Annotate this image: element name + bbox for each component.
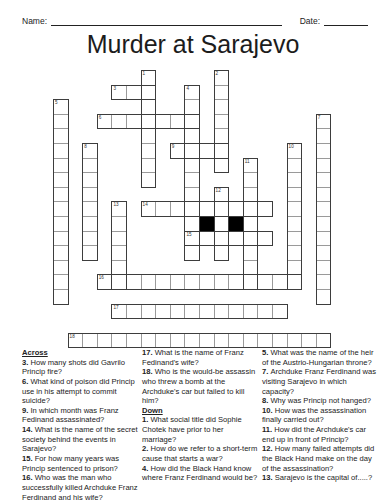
grid-cell[interactable]: 14 xyxy=(141,201,157,217)
grid-cell[interactable] xyxy=(199,274,215,290)
grid-cell[interactable] xyxy=(214,304,230,320)
grid-cell[interactable] xyxy=(214,274,230,290)
grid-cell[interactable] xyxy=(287,260,303,276)
blocked-cell xyxy=(228,216,244,232)
grid-cell[interactable] xyxy=(97,333,113,349)
grid-cell[interactable] xyxy=(316,260,332,276)
grid-cell[interactable] xyxy=(214,114,230,130)
grid-cell[interactable] xyxy=(141,114,157,130)
grid-cell[interactable] xyxy=(316,187,332,203)
grid-cell[interactable] xyxy=(243,187,259,203)
grid-cell[interactable] xyxy=(141,304,157,320)
grid-cell[interactable]: 18 xyxy=(68,333,84,349)
grid-cell[interactable] xyxy=(301,333,317,349)
grid-cell[interactable] xyxy=(141,158,157,174)
grid-cell[interactable] xyxy=(53,274,69,290)
grid-cell[interactable] xyxy=(126,274,142,290)
clue-number: 18 xyxy=(70,334,75,339)
clue-number: 12 xyxy=(216,188,221,193)
crossword-grid[interactable]: 123456789101112131415161718 xyxy=(53,70,331,348)
grid-cell[interactable] xyxy=(316,231,332,247)
grid-cell[interactable] xyxy=(214,158,230,174)
grid-cell[interactable] xyxy=(243,304,259,320)
grid-cell[interactable] xyxy=(184,172,200,188)
grid-cell[interactable]: 6 xyxy=(97,114,113,130)
clue-number: 10 xyxy=(289,144,294,149)
grid-cell[interactable]: 8 xyxy=(82,143,98,159)
grid-cell[interactable] xyxy=(126,85,142,101)
grid-cell[interactable] xyxy=(287,158,303,174)
clue-13: 13. Sarajevo is the capital of.....? xyxy=(262,473,379,483)
page-title: Murder at Sarajevo xyxy=(0,30,386,59)
grid-cell[interactable]: 17 xyxy=(111,304,127,320)
clue-9: 9. In which month was Franz Fedinand ass… xyxy=(22,406,139,425)
clue-15: 15. For how many years was Princip sente… xyxy=(22,454,139,473)
grid-cell[interactable] xyxy=(287,187,303,203)
clue-column-2: 17. What is the name of Franz Fedinand's… xyxy=(142,348,259,483)
grid-cell[interactable] xyxy=(257,201,273,217)
grid-cell[interactable] xyxy=(228,231,244,247)
clue-2: 2. How do we refer to a short-term cause… xyxy=(142,444,259,463)
header-fields: Name: Date: xyxy=(22,15,368,26)
grid-cell[interactable] xyxy=(141,333,157,349)
grid-cell[interactable] xyxy=(316,245,332,261)
grid-cell[interactable] xyxy=(243,172,259,188)
grid-cell[interactable] xyxy=(214,201,230,217)
clue-number: 7 xyxy=(318,115,321,120)
grid-cell[interactable] xyxy=(111,260,127,276)
grid-cell[interactable] xyxy=(111,333,127,349)
clue-number: 14 xyxy=(143,202,148,207)
grid-cell[interactable] xyxy=(257,231,273,247)
grid-cell[interactable] xyxy=(82,216,98,232)
date-label: Date: xyxy=(300,16,320,26)
grid-cell[interactable]: 3 xyxy=(111,85,127,101)
grid-cell[interactable] xyxy=(199,143,215,159)
clue-number: 2 xyxy=(216,71,219,76)
grid-cell[interactable] xyxy=(53,201,69,217)
grid-cell[interactable] xyxy=(199,201,215,217)
grid-cell[interactable] xyxy=(257,304,273,320)
clue-16: 16. Who was the man who successfully kil… xyxy=(22,473,139,500)
clue-number: 17 xyxy=(113,305,118,310)
grid-cell[interactable] xyxy=(170,333,186,349)
clue-12: 12. How many failed attempts did the Bla… xyxy=(262,444,379,473)
worksheet-page: Name: Date: Murder at Sarajevo 123456789… xyxy=(0,0,386,500)
grid-cell[interactable] xyxy=(199,304,215,320)
blocked-cell xyxy=(199,216,215,232)
grid-cell[interactable] xyxy=(287,274,303,290)
clue-number: 11 xyxy=(245,159,250,164)
name-label: Name: xyxy=(22,16,47,26)
clue-number: 13 xyxy=(113,202,118,207)
grid-cell[interactable]: 2 xyxy=(214,70,230,86)
grid-cell[interactable]: 10 xyxy=(287,143,303,159)
grid-cell[interactable] xyxy=(243,231,259,247)
grid-cell[interactable] xyxy=(316,216,332,232)
grid-cell[interactable] xyxy=(111,245,127,261)
grid-cell[interactable] xyxy=(53,158,69,174)
grid-cell[interactable]: 12 xyxy=(214,187,230,203)
grid-cell[interactable] xyxy=(155,201,171,217)
grid-cell[interactable] xyxy=(184,333,200,349)
clue-5: 5. What was the name of the heir of the … xyxy=(262,348,379,367)
grid-cell[interactable] xyxy=(82,158,98,174)
clue-number: 4 xyxy=(186,86,189,91)
grid-cell[interactable] xyxy=(228,201,244,217)
grid-cell[interactable] xyxy=(214,128,230,144)
grid-cell[interactable] xyxy=(316,172,332,188)
grid-cell[interactable] xyxy=(199,333,215,349)
grid-cell[interactable] xyxy=(141,274,157,290)
grid-cell[interactable] xyxy=(214,216,230,232)
clue-8: 8. Why was Princip not hanged? xyxy=(262,396,379,406)
grid-cell[interactable] xyxy=(287,231,303,247)
clue-number: 15 xyxy=(186,232,191,237)
grid-cell[interactable] xyxy=(53,216,69,232)
grid-cell[interactable] xyxy=(243,274,259,290)
grid-cell[interactable] xyxy=(155,274,171,290)
grid-cell[interactable] xyxy=(243,260,259,276)
grid-cell[interactable] xyxy=(184,274,200,290)
grid-cell[interactable] xyxy=(316,201,332,217)
clue-column-1: Across3. How many shots did Gavrilo Prin… xyxy=(22,348,139,500)
grid-cell[interactable] xyxy=(184,201,200,217)
grid-cell[interactable] xyxy=(170,274,186,290)
name-input-line[interactable] xyxy=(51,15,282,26)
grid-cell[interactable] xyxy=(316,128,332,144)
clue-6: 6. What kind of poison did Princip use i… xyxy=(22,377,139,406)
grid-cell[interactable]: 15 xyxy=(184,231,200,247)
grid-cell[interactable] xyxy=(184,245,200,261)
grid-cell[interactable]: 9 xyxy=(170,143,186,159)
grid-cell[interactable] xyxy=(155,114,171,130)
grid-cell[interactable] xyxy=(272,304,288,320)
grid-cell[interactable] xyxy=(141,172,157,188)
grid-cell[interactable] xyxy=(316,143,332,159)
grid-cell[interactable] xyxy=(53,114,69,130)
grid-cell[interactable] xyxy=(53,143,69,159)
grid-cell[interactable] xyxy=(111,231,127,247)
grid-cell[interactable] xyxy=(184,99,200,115)
grid-cell[interactable] xyxy=(214,85,230,101)
grid-cell[interactable] xyxy=(272,333,288,349)
grid-cell[interactable]: 13 xyxy=(111,201,127,217)
grid-cell[interactable] xyxy=(126,333,142,349)
grid-cell[interactable] xyxy=(228,274,244,290)
grid-cell[interactable] xyxy=(82,245,98,261)
grid-cell[interactable] xyxy=(316,289,332,305)
clue-3: 3. How many shots did Gavrilo Princip fi… xyxy=(22,358,139,377)
grid-cell[interactable] xyxy=(53,187,69,203)
clue-7: 7. Archduke Franz Ferdinand was visiting… xyxy=(262,367,379,396)
grid-cell[interactable] xyxy=(82,172,98,188)
grid-cell[interactable] xyxy=(155,333,171,349)
grid-cell[interactable] xyxy=(184,143,200,159)
grid-cell[interactable] xyxy=(243,216,259,232)
grid-cell[interactable] xyxy=(170,304,186,320)
clues-heading-across: Across xyxy=(22,348,139,358)
grid-cell[interactable] xyxy=(141,99,157,115)
grid-cell[interactable] xyxy=(141,143,157,159)
date-input-line[interactable] xyxy=(324,15,368,26)
grid-cell[interactable] xyxy=(82,201,98,217)
grid-cell[interactable] xyxy=(82,333,98,349)
grid-cell[interactable] xyxy=(170,114,186,130)
clue-10: 10. How was the assassination finally ca… xyxy=(262,406,379,425)
grid-cell[interactable] xyxy=(184,187,200,203)
clue-14: 14. What is the name of the secret socie… xyxy=(22,425,139,454)
grid-cell[interactable] xyxy=(141,85,157,101)
clue-number: 8 xyxy=(84,144,87,149)
grid-cell[interactable] xyxy=(82,231,98,247)
grid-cell[interactable] xyxy=(257,333,273,349)
grid-cell[interactable] xyxy=(111,114,127,130)
grid-cell[interactable]: 4 xyxy=(184,85,200,101)
grid-cell[interactable] xyxy=(53,231,69,247)
grid-cell[interactable] xyxy=(214,99,230,115)
grid-cell[interactable] xyxy=(184,128,200,144)
grid-cell[interactable] xyxy=(141,128,157,144)
grid-cell[interactable] xyxy=(184,158,200,174)
grid-cell[interactable] xyxy=(111,274,127,290)
grid-cell[interactable]: 1 xyxy=(141,70,157,86)
grid-cell[interactable]: 7 xyxy=(316,114,332,130)
grid-cell[interactable] xyxy=(214,245,230,261)
clue-17: 17. What is the name of Franz Fedinand's… xyxy=(142,348,259,367)
clue-number: 1 xyxy=(143,71,146,76)
grid-cell[interactable] xyxy=(214,333,230,349)
clue-column-3: 5. What was the name of the heir of the … xyxy=(262,348,379,483)
grid-cell[interactable] xyxy=(257,274,273,290)
grid-cell[interactable] xyxy=(53,289,69,305)
clue-number: 5 xyxy=(55,100,58,105)
grid-cell[interactable] xyxy=(287,333,303,349)
grid-cell[interactable] xyxy=(228,304,244,320)
grid-cell[interactable] xyxy=(170,201,186,217)
grid-cell[interactable] xyxy=(287,172,303,188)
grid-cell[interactable] xyxy=(316,333,332,349)
grid-cell[interactable] xyxy=(316,274,332,290)
grid-cell[interactable] xyxy=(287,245,303,261)
grid-cell[interactable] xyxy=(184,114,200,130)
grid-cell[interactable] xyxy=(155,304,171,320)
grid-cell[interactable] xyxy=(287,216,303,232)
grid-cell[interactable] xyxy=(53,260,69,276)
grid-cell[interactable]: 11 xyxy=(243,158,259,174)
grid-cell[interactable] xyxy=(82,187,98,203)
clue-1: 1. What social title did Sophie Chotek h… xyxy=(142,415,259,444)
clue-number: 16 xyxy=(99,275,104,280)
clue-number: 3 xyxy=(113,86,116,91)
clue-18: 18. Who is the would-be assassin who thr… xyxy=(142,367,259,406)
clue-11: 11. How did the Archduke's car end up in… xyxy=(262,425,379,444)
grid-cell[interactable] xyxy=(214,231,230,247)
grid-cell[interactable] xyxy=(184,216,200,232)
grid-cell[interactable] xyxy=(243,201,259,217)
grid-cell[interactable] xyxy=(111,216,127,232)
grid-cell[interactable] xyxy=(53,128,69,144)
grid-cell[interactable] xyxy=(316,158,332,174)
grid-cell[interactable] xyxy=(53,172,69,188)
grid-cell[interactable] xyxy=(243,245,259,261)
grid-cell[interactable] xyxy=(272,274,288,290)
clue-4: 4. How did the Black Hand know where Fra… xyxy=(142,464,259,483)
grid-cell[interactable] xyxy=(214,143,230,159)
grid-cell[interactable] xyxy=(243,333,259,349)
clues-heading-down: Down xyxy=(142,406,259,416)
grid-cell[interactable]: 16 xyxy=(97,274,113,290)
grid-cell[interactable] xyxy=(228,333,244,349)
clue-number: 9 xyxy=(172,144,175,149)
grid-cell[interactable] xyxy=(184,304,200,320)
grid-cell[interactable] xyxy=(126,114,142,130)
grid-cell[interactable]: 5 xyxy=(53,99,69,115)
grid-cell[interactable] xyxy=(199,231,215,247)
clue-number: 6 xyxy=(99,115,102,120)
grid-cell[interactable] xyxy=(287,201,303,217)
grid-cell[interactable] xyxy=(126,304,142,320)
grid-cell[interactable] xyxy=(53,245,69,261)
